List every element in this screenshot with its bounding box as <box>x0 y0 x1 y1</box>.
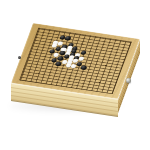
stone-black <box>55 62 62 67</box>
stone-black <box>64 36 71 41</box>
stone-white <box>78 56 85 61</box>
star-point <box>68 78 70 79</box>
stone-black <box>80 66 87 71</box>
stone-white <box>70 64 77 69</box>
drawer-knob-left <box>18 56 21 59</box>
drawer-knob-right <box>126 78 131 83</box>
product-photo-stage <box>0 0 150 150</box>
star-point <box>38 73 40 74</box>
star-point <box>111 48 113 49</box>
star-point <box>105 65 107 66</box>
star-point <box>50 39 52 40</box>
go-board-grid <box>19 28 132 94</box>
star-point <box>81 43 83 44</box>
stone-black <box>80 51 87 56</box>
star-point <box>99 82 101 83</box>
star-point <box>44 56 46 57</box>
